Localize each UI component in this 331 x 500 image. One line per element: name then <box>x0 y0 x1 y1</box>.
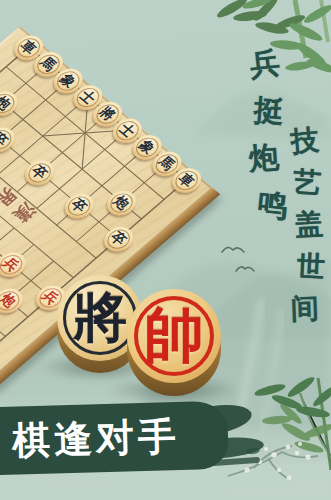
coin-face-shuai: 帥 <box>127 289 221 383</box>
slogan-title: 棋逢对手 <box>0 410 181 466</box>
calligraphy-column-2: 技 艺 盖 世 间 <box>288 122 322 328</box>
calligraphy-char: 炮 <box>246 137 283 180</box>
calligraphy-char: 兵 <box>246 42 284 86</box>
calligraphy-char: 艺 <box>289 163 326 203</box>
calligraphy-char: 盖 <box>291 205 327 245</box>
calligraphy-char: 鸣 <box>254 183 292 227</box>
calligraphy-char: 间 <box>287 289 322 328</box>
calligraphy-column-1: 兵 挺 炮 鸣 <box>248 44 282 226</box>
calligraphy-char: 世 <box>293 247 329 287</box>
calligraphy-char: 技 <box>286 121 323 162</box>
splash-screen: 楚河 漢界 車馬象士將士象馬車炮炮卒卒卒卒卒兵兵兵兵兵炮炮車馬相仕帥仕相馬車 將… <box>0 0 331 500</box>
calligraphy-char: 挺 <box>251 90 288 133</box>
